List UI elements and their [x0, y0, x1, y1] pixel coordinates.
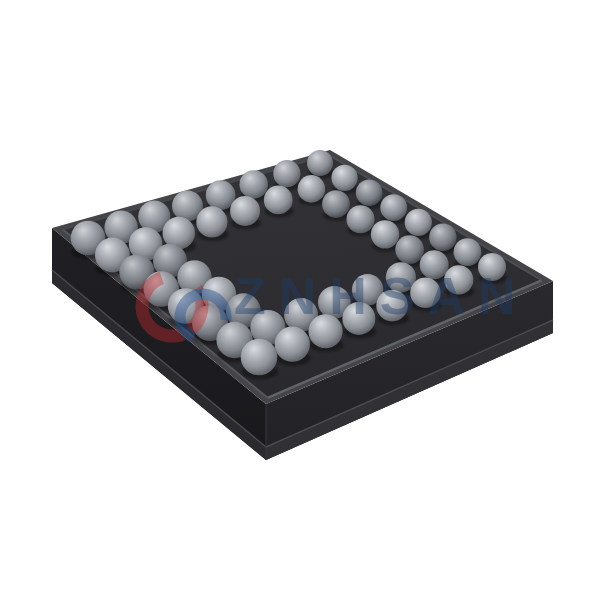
solder-ball	[429, 224, 456, 251]
solder-ball	[196, 206, 227, 237]
solder-ball	[273, 160, 300, 187]
solder-ball	[371, 220, 399, 248]
bga-chip-photo: ZNHSAN	[0, 0, 600, 600]
solder-ball	[241, 339, 278, 376]
solder-ball	[230, 196, 260, 226]
solder-ball	[346, 205, 374, 233]
solder-ball	[206, 180, 236, 210]
solder-ball	[275, 326, 310, 361]
solder-ball	[331, 165, 357, 191]
solder-ball	[307, 150, 333, 176]
solder-ball	[395, 235, 424, 264]
solder-ball	[239, 170, 267, 198]
solder-ball	[356, 179, 383, 206]
solder-ball	[454, 238, 482, 266]
watermark-text: ZNHSAN	[234, 267, 529, 325]
solder-ball	[380, 194, 407, 221]
solder-ball	[405, 209, 432, 236]
solder-ball	[322, 190, 350, 218]
solder-ball	[298, 175, 326, 203]
solder-ball	[264, 186, 293, 215]
product-photo: ZNHSAN	[0, 0, 600, 600]
